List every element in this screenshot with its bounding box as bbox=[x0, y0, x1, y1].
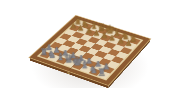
board-square: ♟ bbox=[116, 40, 128, 47]
board-square bbox=[120, 47, 133, 54]
board-clasp bbox=[67, 71, 70, 74]
chess-set-product-photo: ♜♞♝♛♚♝♞♜♟♟♟♟♟♟♟♟♟♟♟♟♟♟♟♟♜♞♝♛♚♝♞♜ bbox=[0, 0, 175, 105]
board-square bbox=[50, 42, 63, 49]
piece-gold-rook: ♜ bbox=[128, 34, 137, 43]
piece-silver-rook: ♜ bbox=[39, 47, 48, 57]
